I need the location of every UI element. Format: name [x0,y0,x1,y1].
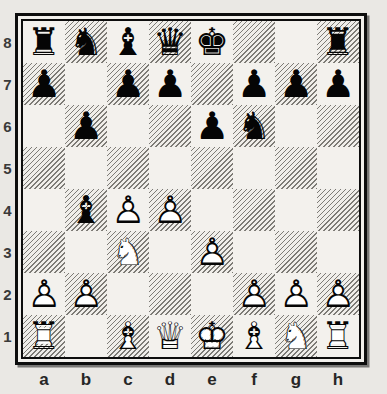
piece-outline-layer: ♘ [275,315,317,357]
rank-label-5: 5 [1,147,14,189]
white-pawn-e3[interactable]: ♟♙ [191,231,233,273]
piece-glyph: ♟ [65,105,107,147]
file-label-d: d [149,369,191,391]
rank-label-8: 8 [1,21,14,63]
piece-glyph: ♛ [149,21,191,63]
piece-glyph: ♟ [149,63,191,105]
black-pawn-f7[interactable]: ♟ [233,63,275,105]
black-pawn-h7[interactable]: ♟ [317,63,359,105]
white-queen-d1[interactable]: ♛♕ [149,315,191,357]
black-knight-f6[interactable]: ♞ [233,105,275,147]
square-c2[interactable] [107,273,149,315]
square-e3[interactable]: ♟♙ [191,231,233,273]
square-a4[interactable] [23,189,65,231]
square-b2[interactable]: ♟♙ [65,273,107,315]
square-e8[interactable]: ♚ [191,21,233,63]
square-c1[interactable]: ♝♗ [107,315,149,357]
white-knight-c3[interactable]: ♞♘ [107,231,149,273]
square-b3[interactable] [65,231,107,273]
rank-label-2: 2 [1,273,14,315]
square-e5[interactable] [191,147,233,189]
piece-outline-layer: ♘ [107,231,149,273]
square-f2[interactable]: ♟♙ [233,273,275,315]
rank-label-1: 1 [1,315,14,357]
piece-outline-layer: ♙ [107,189,149,231]
square-f1[interactable]: ♝♗ [233,315,275,357]
file-label-h: h [317,369,359,391]
black-pawn-b6[interactable]: ♟ [65,105,107,147]
square-h8[interactable]: ♜ [317,21,359,63]
file-label-e: e [191,369,233,391]
square-d5[interactable] [149,147,191,189]
rank-label-4: 4 [1,189,14,231]
square-c5[interactable] [107,147,149,189]
piece-glyph: ♜ [317,21,359,63]
chess-board: ♜♞♝♛♚♜♟♟♟♟♟♟♟♟♞♝♟♙♟♙♞♘♟♙♟♙♟♙♟♙♟♙♟♙♜♖♝♗♛♕… [23,21,359,357]
square-f4[interactable] [233,189,275,231]
square-h3[interactable] [317,231,359,273]
square-g4[interactable] [275,189,317,231]
piece-outline-layer: ♙ [317,273,359,315]
square-d8[interactable]: ♛ [149,21,191,63]
file-label-a: a [23,369,65,391]
black-king-e8[interactable]: ♚ [191,21,233,63]
square-h2[interactable]: ♟♙ [317,273,359,315]
white-bishop-c1[interactable]: ♝♗ [107,315,149,357]
square-b6[interactable]: ♟ [65,105,107,147]
square-a8[interactable]: ♜ [23,21,65,63]
square-h6[interactable] [317,105,359,147]
file-label-b: b [65,369,107,391]
black-pawn-c7[interactable]: ♟ [107,63,149,105]
square-d3[interactable] [149,231,191,273]
piece-outline-layer: ♕ [149,315,191,357]
white-pawn-b2[interactable]: ♟♙ [65,273,107,315]
piece-glyph: ♝ [107,21,149,63]
black-pawn-g7[interactable]: ♟ [275,63,317,105]
square-e4[interactable] [191,189,233,231]
square-b4[interactable]: ♝ [65,189,107,231]
piece-outline-layer: ♗ [107,315,149,357]
square-d4[interactable]: ♟♙ [149,189,191,231]
piece-outline-layer: ♙ [23,273,65,315]
file-label-g: g [275,369,317,391]
square-a7[interactable]: ♟ [23,63,65,105]
square-h7[interactable]: ♟ [317,63,359,105]
square-d6[interactable] [149,105,191,147]
chess-diagram-page: 87654321 ♜♞♝♛♚♜♟♟♟♟♟♟♟♟♞♝♟♙♟♙♞♘♟♙♟♙♟♙♟♙♟… [0,0,387,394]
square-d2[interactable] [149,273,191,315]
square-a2[interactable]: ♟♙ [23,273,65,315]
square-g1[interactable]: ♞♘ [275,315,317,357]
square-a6[interactable] [23,105,65,147]
square-f3[interactable] [233,231,275,273]
square-c3[interactable]: ♞♘ [107,231,149,273]
square-g3[interactable] [275,231,317,273]
piece-outline-layer: ♖ [317,315,359,357]
square-d7[interactable]: ♟ [149,63,191,105]
black-rook-a8[interactable]: ♜ [23,21,65,63]
white-pawn-c4[interactable]: ♟♙ [107,189,149,231]
piece-glyph: ♜ [23,21,65,63]
square-b8[interactable]: ♞ [65,21,107,63]
square-h5[interactable] [317,147,359,189]
white-rook-h1[interactable]: ♜♖ [317,315,359,357]
piece-outline-layer: ♙ [65,273,107,315]
piece-outline-layer: ♙ [275,273,317,315]
white-pawn-g2[interactable]: ♟♙ [275,273,317,315]
piece-outline-layer: ♗ [233,315,275,357]
square-b7[interactable] [65,63,107,105]
black-queen-d8[interactable]: ♛ [149,21,191,63]
piece-glyph: ♞ [233,105,275,147]
piece-glyph: ♟ [191,105,233,147]
white-pawn-d4[interactable]: ♟♙ [149,189,191,231]
piece-outline-layer: ♙ [233,273,275,315]
white-king-e1[interactable]: ♚♔ [191,315,233,357]
square-e7[interactable] [191,63,233,105]
square-g6[interactable] [275,105,317,147]
piece-glyph: ♚ [191,21,233,63]
rank-label-7: 7 [1,63,14,105]
square-c6[interactable] [107,105,149,147]
square-a3[interactable] [23,231,65,273]
black-bishop-c8[interactable]: ♝ [107,21,149,63]
square-a1[interactable]: ♜♖ [23,315,65,357]
square-f8[interactable] [233,21,275,63]
chess-board-inner-border: ♜♞♝♛♚♜♟♟♟♟♟♟♟♟♞♝♟♙♟♙♞♘♟♙♟♙♟♙♟♙♟♙♟♙♜♖♝♗♛♕… [21,19,361,359]
chess-board-frame: ♜♞♝♛♚♜♟♟♟♟♟♟♟♟♞♝♟♙♟♙♞♘♟♙♟♙♟♙♟♙♟♙♟♙♜♖♝♗♛♕… [15,13,367,365]
square-e6[interactable]: ♟ [191,105,233,147]
square-g5[interactable] [275,147,317,189]
piece-glyph: ♞ [65,21,107,63]
black-rook-h8[interactable]: ♜ [317,21,359,63]
black-pawn-a7[interactable]: ♟ [23,63,65,105]
rank-label-3: 3 [1,231,14,273]
piece-glyph: ♟ [107,63,149,105]
square-h1[interactable]: ♜♖ [317,315,359,357]
file-label-c: c [107,369,149,391]
white-pawn-a2[interactable]: ♟♙ [23,273,65,315]
square-e1[interactable]: ♚♔ [191,315,233,357]
square-h4[interactable] [317,189,359,231]
white-knight-g1[interactable]: ♞♘ [275,315,317,357]
square-d1[interactable]: ♛♕ [149,315,191,357]
square-g7[interactable]: ♟ [275,63,317,105]
piece-outline-layer: ♖ [23,315,65,357]
black-pawn-d7[interactable]: ♟ [149,63,191,105]
white-rook-a1[interactable]: ♜♖ [23,315,65,357]
piece-glyph: ♟ [23,63,65,105]
white-pawn-f2[interactable]: ♟♙ [233,273,275,315]
piece-outline-layer: ♔ [191,315,233,357]
black-knight-b8[interactable]: ♞ [65,21,107,63]
file-label-f: f [233,369,275,391]
square-b1[interactable] [65,315,107,357]
white-bishop-f1[interactable]: ♝♗ [233,315,275,357]
rank-labels: 87654321 [1,21,14,357]
piece-outline-layer: ♙ [191,231,233,273]
white-pawn-h2[interactable]: ♟♙ [317,273,359,315]
black-pawn-e6[interactable]: ♟ [191,105,233,147]
piece-glyph: ♝ [65,189,107,231]
square-e2[interactable] [191,273,233,315]
piece-outline-layer: ♙ [149,189,191,231]
square-f7[interactable]: ♟ [233,63,275,105]
square-g2[interactable]: ♟♙ [275,273,317,315]
square-c8[interactable]: ♝ [107,21,149,63]
rank-label-6: 6 [1,105,14,147]
black-bishop-b4[interactable]: ♝ [65,189,107,231]
square-c7[interactable]: ♟ [107,63,149,105]
square-b5[interactable] [65,147,107,189]
square-c4[interactable]: ♟♙ [107,189,149,231]
square-f5[interactable] [233,147,275,189]
piece-glyph: ♟ [317,63,359,105]
piece-glyph: ♟ [233,63,275,105]
file-labels: abcdefgh [23,369,359,391]
square-a5[interactable] [23,147,65,189]
square-f6[interactable]: ♞ [233,105,275,147]
piece-glyph: ♟ [275,63,317,105]
square-g8[interactable] [275,21,317,63]
